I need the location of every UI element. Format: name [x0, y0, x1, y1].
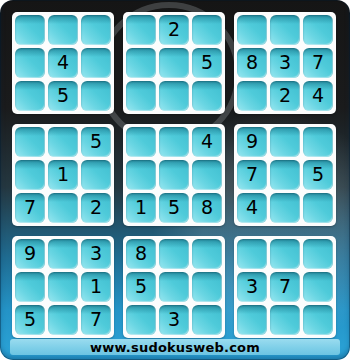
cell-r7c4[interactable]: 8 — [126, 239, 156, 269]
cell-r4c1[interactable] — [15, 127, 45, 157]
cell-r1c9[interactable] — [303, 15, 333, 45]
cell-r4c5[interactable] — [159, 127, 189, 157]
cell-r7c2[interactable] — [48, 239, 78, 269]
cell-r6c8[interactable] — [270, 193, 300, 223]
block-2-1: 5172 — [12, 124, 114, 226]
cell-r6c3[interactable]: 2 — [81, 193, 111, 223]
cell-r7c5[interactable] — [159, 239, 189, 269]
cell-r1c3[interactable] — [81, 15, 111, 45]
block-3-1: 93157 — [12, 236, 114, 338]
cell-r3c5[interactable] — [159, 81, 189, 111]
cell-r4c9[interactable] — [303, 127, 333, 157]
sudoku-widget: 4525837245172415897549315785337 www.sudo… — [0, 0, 350, 360]
cell-r9c3[interactable]: 7 — [81, 305, 111, 335]
cell-r2c5[interactable] — [159, 48, 189, 78]
cell-r3c6[interactable] — [192, 81, 222, 111]
cell-r9c9[interactable] — [303, 305, 333, 335]
cell-r3c8[interactable]: 2 — [270, 81, 300, 111]
block-3-3: 37 — [234, 236, 336, 338]
cell-r2c3[interactable] — [81, 48, 111, 78]
cell-r9c5[interactable]: 3 — [159, 305, 189, 335]
cell-r3c1[interactable] — [15, 81, 45, 111]
block-1-2: 25 — [123, 12, 225, 114]
cell-r8c2[interactable] — [48, 272, 78, 302]
block-2-2: 4158 — [123, 124, 225, 226]
cell-r1c7[interactable] — [237, 15, 267, 45]
cell-r2c6[interactable]: 5 — [192, 48, 222, 78]
cell-r3c2[interactable]: 5 — [48, 81, 78, 111]
cell-r7c6[interactable] — [192, 239, 222, 269]
cell-r9c2[interactable] — [48, 305, 78, 335]
cell-r6c7[interactable]: 4 — [237, 193, 267, 223]
cell-r7c7[interactable] — [237, 239, 267, 269]
cell-r8c4[interactable]: 5 — [126, 272, 156, 302]
cell-r4c3[interactable]: 5 — [81, 127, 111, 157]
sudoku-grid: 4525837245172415897549315785337 — [12, 12, 336, 338]
cell-r5c6[interactable] — [192, 160, 222, 190]
cell-r1c4[interactable] — [126, 15, 156, 45]
cell-r1c6[interactable] — [192, 15, 222, 45]
cell-r2c9[interactable]: 7 — [303, 48, 333, 78]
cell-r5c4[interactable] — [126, 160, 156, 190]
cell-r4c6[interactable]: 4 — [192, 127, 222, 157]
cell-r9c1[interactable]: 5 — [15, 305, 45, 335]
cell-r1c5[interactable]: 2 — [159, 15, 189, 45]
cell-r6c1[interactable]: 7 — [15, 193, 45, 223]
cell-r2c7[interactable]: 8 — [237, 48, 267, 78]
cell-r3c3[interactable] — [81, 81, 111, 111]
block-2-3: 9754 — [234, 124, 336, 226]
cell-r6c2[interactable] — [48, 193, 78, 223]
cell-r7c1[interactable]: 9 — [15, 239, 45, 269]
cell-r8c7[interactable]: 3 — [237, 272, 267, 302]
cell-r7c8[interactable] — [270, 239, 300, 269]
cell-r9c7[interactable] — [237, 305, 267, 335]
cell-r4c8[interactable] — [270, 127, 300, 157]
cell-r1c8[interactable] — [270, 15, 300, 45]
cell-r5c3[interactable] — [81, 160, 111, 190]
cell-r9c8[interactable] — [270, 305, 300, 335]
cell-r8c6[interactable] — [192, 272, 222, 302]
cell-r5c2[interactable]: 1 — [48, 160, 78, 190]
cell-r9c4[interactable] — [126, 305, 156, 335]
cell-r9c6[interactable] — [192, 305, 222, 335]
cell-r3c7[interactable] — [237, 81, 267, 111]
cell-r2c4[interactable] — [126, 48, 156, 78]
cell-r1c2[interactable] — [48, 15, 78, 45]
cell-r8c3[interactable]: 1 — [81, 272, 111, 302]
cell-r5c1[interactable] — [15, 160, 45, 190]
cell-r5c9[interactable]: 5 — [303, 160, 333, 190]
cell-r4c7[interactable]: 9 — [237, 127, 267, 157]
cell-r6c6[interactable]: 8 — [192, 193, 222, 223]
block-1-3: 83724 — [234, 12, 336, 114]
cell-r8c9[interactable] — [303, 272, 333, 302]
cell-r7c3[interactable]: 3 — [81, 239, 111, 269]
website-text: www.sudokusweb.com — [90, 341, 260, 354]
cell-r6c9[interactable] — [303, 193, 333, 223]
cell-r3c9[interactable]: 4 — [303, 81, 333, 111]
cell-r8c8[interactable]: 7 — [270, 272, 300, 302]
cell-r2c8[interactable]: 3 — [270, 48, 300, 78]
board-frame: 4525837245172415897549315785337 www.sudo… — [0, 0, 350, 360]
cell-r5c8[interactable] — [270, 160, 300, 190]
cell-r4c4[interactable] — [126, 127, 156, 157]
cell-r1c1[interactable] — [15, 15, 45, 45]
cell-r7c9[interactable] — [303, 239, 333, 269]
cell-r6c4[interactable]: 1 — [126, 193, 156, 223]
block-1-1: 45 — [12, 12, 114, 114]
cell-r5c5[interactable] — [159, 160, 189, 190]
block-3-2: 853 — [123, 236, 225, 338]
cell-r6c5[interactable]: 5 — [159, 193, 189, 223]
cell-r2c2[interactable]: 4 — [48, 48, 78, 78]
cell-r4c2[interactable] — [48, 127, 78, 157]
cell-r2c1[interactable] — [15, 48, 45, 78]
cell-r8c5[interactable] — [159, 272, 189, 302]
cell-r8c1[interactable] — [15, 272, 45, 302]
cell-r5c7[interactable]: 7 — [237, 160, 267, 190]
footer-band: www.sudokusweb.com — [10, 339, 340, 355]
cell-r3c4[interactable] — [126, 81, 156, 111]
